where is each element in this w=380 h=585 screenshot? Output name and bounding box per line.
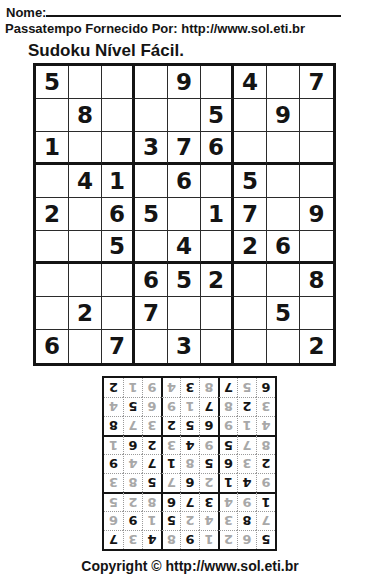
- solution-cell: 2: [180, 511, 199, 530]
- solution-cell: 2: [237, 397, 256, 416]
- solution-cell: 4: [142, 530, 161, 549]
- solution-cell: 9: [142, 378, 161, 397]
- sudoku-cell[interactable]: [300, 132, 333, 165]
- solution-cell: 7: [237, 435, 256, 454]
- sudoku-cell[interactable]: 2: [300, 330, 333, 363]
- sudoku-cell[interactable]: 2: [69, 297, 102, 330]
- sudoku-cell[interactable]: [234, 330, 267, 363]
- sudoku-cell[interactable]: [36, 99, 69, 132]
- solution-cell: 5: [142, 473, 161, 492]
- solution-cell: 9: [218, 416, 237, 435]
- sudoku-cell[interactable]: [69, 198, 102, 231]
- solution-cell: 8: [218, 397, 237, 416]
- solution-cell: 1: [161, 454, 180, 473]
- sudoku-cell[interactable]: [234, 297, 267, 330]
- solution-cell: 2: [161, 416, 180, 435]
- sudoku-cell[interactable]: 2: [201, 264, 234, 297]
- solution-cell: 5: [161, 511, 180, 530]
- solution-cell: 7: [218, 378, 237, 397]
- solution-cell: 3: [104, 473, 123, 492]
- solution-cell: 8: [180, 454, 199, 473]
- solution-cell: 2: [256, 454, 275, 473]
- sudoku-cell[interactable]: [102, 297, 135, 330]
- solution-cell: 7: [199, 397, 218, 416]
- sudoku-cell[interactable]: 6: [267, 231, 300, 264]
- solution-cell: 6: [180, 473, 199, 492]
- sudoku-cell[interactable]: [201, 231, 234, 264]
- sudoku-cell[interactable]: 3: [168, 330, 201, 363]
- solution-cell: 1: [218, 473, 237, 492]
- sudoku-cell[interactable]: 9: [267, 99, 300, 132]
- solution-cell: 2: [123, 492, 142, 511]
- solution-cell: 4: [123, 454, 142, 473]
- sudoku-cell[interactable]: 5: [201, 99, 234, 132]
- solution-cell: 6: [256, 378, 275, 397]
- sudoku-cell[interactable]: [135, 330, 168, 363]
- solution-cell: 8: [256, 435, 275, 454]
- solution-cell: 2: [199, 473, 218, 492]
- solution-cell: 7: [180, 492, 199, 511]
- solution-cell: 1: [142, 511, 161, 530]
- solution-cell: 4: [218, 492, 237, 511]
- sudoku-cell[interactable]: [300, 297, 333, 330]
- solution-cell: 9: [104, 454, 123, 473]
- sudoku-cell[interactable]: [267, 330, 300, 363]
- solution-cell: 1: [199, 530, 218, 549]
- sudoku-cell[interactable]: [201, 66, 234, 99]
- solution-cell: 5: [256, 530, 275, 549]
- solution-cell: 6: [142, 397, 161, 416]
- solution-cell: 5: [180, 416, 199, 435]
- sudoku-cell[interactable]: [201, 297, 234, 330]
- solution-cell: 1: [123, 378, 142, 397]
- sudoku-cell[interactable]: 6: [201, 132, 234, 165]
- sudoku-cell[interactable]: 5: [234, 165, 267, 198]
- solution-cell: 7: [123, 416, 142, 435]
- sudoku-cell[interactable]: 2: [234, 231, 267, 264]
- name-line: Nome:: [6, 3, 341, 20]
- sudoku-cell[interactable]: 5: [36, 66, 69, 99]
- sudoku-cell[interactable]: 8: [300, 264, 333, 297]
- sudoku-cell[interactable]: [135, 231, 168, 264]
- sudoku-cell[interactable]: 6: [168, 165, 201, 198]
- sudoku-cell[interactable]: 4: [168, 231, 201, 264]
- sudoku-cell[interactable]: 7: [168, 132, 201, 165]
- solution-cell: 9: [199, 435, 218, 454]
- solution-cell: 3: [199, 492, 218, 511]
- sudoku-cell[interactable]: [168, 297, 201, 330]
- solution-cell: 8: [104, 416, 123, 435]
- solution-cell: 7: [142, 454, 161, 473]
- sudoku-cell[interactable]: [300, 165, 333, 198]
- sudoku-cell[interactable]: 6: [135, 264, 168, 297]
- sudoku-cell[interactable]: 1: [102, 165, 135, 198]
- sudoku-cell[interactable]: 1: [201, 198, 234, 231]
- sudoku-cell[interactable]: 5: [267, 297, 300, 330]
- solution-cell: 9: [161, 397, 180, 416]
- sudoku-cell[interactable]: 7: [300, 66, 333, 99]
- sudoku-cell[interactable]: 6: [36, 330, 69, 363]
- sudoku-cell[interactable]: [168, 198, 201, 231]
- sudoku-cell[interactable]: 9: [300, 198, 333, 231]
- sudoku-cell[interactable]: [300, 231, 333, 264]
- sudoku-cell[interactable]: [36, 297, 69, 330]
- solution-cell: 4: [256, 416, 275, 435]
- copyright-text: Copyright © http://www.sol.eti.br: [0, 558, 380, 574]
- sudoku-cell[interactable]: 1: [36, 132, 69, 165]
- solution-cell: 9: [237, 492, 256, 511]
- solution-cell: 2: [218, 530, 237, 549]
- sudoku-cell[interactable]: [201, 165, 234, 198]
- solution-cell: 8: [237, 511, 256, 530]
- solution-cell: 1: [256, 492, 275, 511]
- solution-cell: 5: [218, 435, 237, 454]
- sudoku-cell[interactable]: 3: [135, 132, 168, 165]
- solution-cell: 1: [104, 435, 123, 454]
- solution-cell: 9: [123, 511, 142, 530]
- solution-cell: 5: [123, 397, 142, 416]
- sudoku-cell[interactable]: [267, 132, 300, 165]
- solution-cell: 6: [237, 530, 256, 549]
- solution-cell: 6: [161, 492, 180, 511]
- solution-cell: 3: [161, 435, 180, 454]
- solution-cell: 3: [218, 511, 237, 530]
- sudoku-cell[interactable]: [69, 66, 102, 99]
- solution-cell: 4: [237, 473, 256, 492]
- solution-cell: 5: [237, 378, 256, 397]
- sudoku-cell[interactable]: 8: [69, 99, 102, 132]
- sudoku-cell[interactable]: [234, 132, 267, 165]
- page-title: Sudoku Nível Fácil.: [28, 41, 184, 61]
- sudoku-cell[interactable]: [69, 264, 102, 297]
- sudoku-cell[interactable]: [267, 165, 300, 198]
- solution-cell: 5: [104, 492, 123, 511]
- sudoku-cell[interactable]: [102, 66, 135, 99]
- sudoku-cell[interactable]: 4: [69, 165, 102, 198]
- sudoku-cell[interactable]: [135, 165, 168, 198]
- sudoku-cell[interactable]: [102, 99, 135, 132]
- solution-cell: 3: [180, 378, 199, 397]
- sudoku-cell[interactable]: [102, 132, 135, 165]
- solution-cell: 6: [199, 416, 218, 435]
- sudoku-cell[interactable]: 7: [135, 297, 168, 330]
- solution-cell: 3: [237, 454, 256, 473]
- solution-cell: 2: [104, 378, 123, 397]
- solution-cell: 3: [142, 416, 161, 435]
- solution-cell: 9: [256, 473, 275, 492]
- provider-line: Passatempo Fornecido Por: http://www.sol…: [5, 21, 305, 36]
- sudoku-grid: 594785913764165265179542665282756732: [33, 63, 336, 366]
- solution-cell: 6: [218, 454, 237, 473]
- solution-cell: 6: [104, 511, 123, 530]
- name-blank-line: [46, 3, 341, 17]
- sudoku-cell[interactable]: [168, 99, 201, 132]
- sudoku-solution-grid: 5621984377834251961943768259412675832365…: [102, 376, 277, 551]
- sudoku-cell[interactable]: 2: [36, 198, 69, 231]
- solution-cell: 3: [123, 530, 142, 549]
- solution-cell: 2: [142, 435, 161, 454]
- solution-cell: 7: [256, 511, 275, 530]
- sudoku-cell[interactable]: 7: [234, 198, 267, 231]
- solution-cell: 8: [123, 473, 142, 492]
- sudoku-cell[interactable]: 7: [102, 330, 135, 363]
- sudoku-cell[interactable]: 6: [102, 198, 135, 231]
- sudoku-cell[interactable]: [69, 132, 102, 165]
- sudoku-cell[interactable]: [201, 330, 234, 363]
- sudoku-cell[interactable]: [102, 264, 135, 297]
- sudoku-cell[interactable]: 5: [168, 264, 201, 297]
- solution-cell: 4: [104, 397, 123, 416]
- solution-cell: 4: [180, 435, 199, 454]
- sudoku-cell[interactable]: [135, 99, 168, 132]
- sudoku-cell[interactable]: 5: [102, 231, 135, 264]
- sudoku-cell[interactable]: [36, 165, 69, 198]
- solution-cell: 1: [237, 416, 256, 435]
- sudoku-cell[interactable]: [234, 99, 267, 132]
- sudoku-cell[interactable]: [36, 231, 69, 264]
- sudoku-cell[interactable]: 9: [168, 66, 201, 99]
- sudoku-cell[interactable]: [69, 330, 102, 363]
- sudoku-cell[interactable]: [36, 264, 69, 297]
- sudoku-cell[interactable]: [267, 66, 300, 99]
- solution-cell: 7: [161, 473, 180, 492]
- solution-cell: 4: [161, 378, 180, 397]
- sudoku-cell[interactable]: [69, 231, 102, 264]
- solution-cell: 9: [180, 530, 199, 549]
- solution-cell: 8: [142, 492, 161, 511]
- sudoku-cell[interactable]: 5: [135, 198, 168, 231]
- solution-cell: 4: [199, 511, 218, 530]
- sudoku-cell[interactable]: 4: [234, 66, 267, 99]
- solution-cell: 7: [104, 530, 123, 549]
- sudoku-cell[interactable]: [267, 198, 300, 231]
- solution-cell: 1: [180, 397, 199, 416]
- sudoku-cell[interactable]: [300, 99, 333, 132]
- solution-cell: 6: [123, 435, 142, 454]
- sudoku-cell[interactable]: [267, 264, 300, 297]
- sudoku-cell[interactable]: [234, 264, 267, 297]
- solution-cell: 3: [256, 397, 275, 416]
- name-label: Nome:: [6, 5, 46, 20]
- solution-cell: 5: [199, 454, 218, 473]
- solution-cell: 8: [199, 378, 218, 397]
- sudoku-cell[interactable]: [135, 66, 168, 99]
- solution-cell: 8: [161, 530, 180, 549]
